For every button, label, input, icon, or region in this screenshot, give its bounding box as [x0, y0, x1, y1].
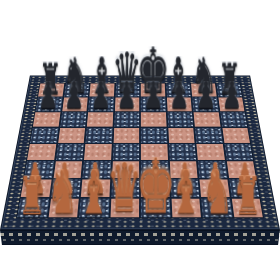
white-rook-piece[interactable]: ♜ [234, 175, 261, 216]
white-knight-piece[interactable]: ♞ [47, 169, 79, 217]
square-e7[interactable]: ♟ [141, 98, 166, 112]
square-g1[interactable]: ♞ [201, 199, 232, 218]
square-e5[interactable] [141, 128, 167, 143]
black-pawn-piece[interactable]: ♟ [64, 81, 84, 111]
board-side-edge [0, 230, 280, 245]
square-e6[interactable] [141, 112, 166, 126]
white-king-piece[interactable]: ♚ [136, 156, 176, 216]
square-a6[interactable] [33, 112, 60, 126]
black-pawn-piece[interactable]: ♟ [117, 81, 137, 111]
square-a1[interactable]: ♜ [17, 199, 48, 218]
square-h6[interactable] [220, 112, 247, 126]
square-c7[interactable]: ♟ [88, 98, 113, 112]
square-b6[interactable] [60, 112, 87, 126]
white-bishop-piece[interactable]: ♝ [78, 169, 110, 217]
square-b1[interactable]: ♞ [48, 199, 79, 218]
black-pawn-piece[interactable]: ♟ [170, 81, 190, 111]
square-c6[interactable] [87, 112, 113, 126]
square-f6[interactable] [167, 112, 193, 126]
square-d7[interactable]: ♟ [115, 98, 140, 112]
square-f5[interactable] [168, 128, 195, 143]
square-a7[interactable]: ♟ [36, 98, 62, 112]
square-c1[interactable]: ♝ [79, 199, 109, 218]
square-h7[interactable]: ♟ [218, 98, 244, 112]
chess-set-photo: ♜♞♝♛♚♝♞♜♟♟♟♟♟♟♟♟♟♟♟♟♟♟♟♟♜♞♝♛♚♝♞♜ [0, 0, 280, 280]
white-rook-piece[interactable]: ♜ [18, 175, 45, 216]
chess-board: ♜♞♝♛♚♝♞♜♟♟♟♟♟♟♟♟♟♟♟♟♟♟♟♟♜♞♝♛♚♝♞♜ [16, 83, 264, 218]
black-pawn-piece[interactable]: ♟ [91, 81, 111, 111]
square-e1[interactable]: ♚ [141, 199, 170, 218]
square-f7[interactable]: ♟ [167, 98, 192, 112]
square-d6[interactable] [114, 112, 139, 126]
square-h1[interactable]: ♜ [231, 199, 262, 218]
square-d1[interactable]: ♛ [110, 199, 139, 218]
square-b7[interactable]: ♟ [62, 98, 88, 112]
square-g7[interactable]: ♟ [192, 98, 218, 112]
black-pawn-piece[interactable]: ♟ [222, 81, 242, 111]
black-pawn-piece[interactable]: ♟ [143, 81, 163, 111]
white-knight-piece[interactable]: ♞ [201, 169, 233, 217]
square-a5[interactable] [30, 128, 58, 143]
square-g6[interactable] [194, 112, 221, 126]
square-d5[interactable] [113, 128, 139, 143]
black-pawn-piece[interactable]: ♟ [196, 81, 216, 111]
square-h5[interactable] [222, 128, 250, 143]
square-b5[interactable] [58, 128, 85, 143]
chess-board-frame: ♜♞♝♛♚♝♞♜♟♟♟♟♟♟♟♟♟♟♟♟♟♟♟♟♜♞♝♛♚♝♞♜ [0, 75, 280, 230]
black-pawn-piece[interactable]: ♟ [38, 81, 58, 111]
square-c5[interactable] [85, 128, 112, 143]
square-g5[interactable] [195, 128, 222, 143]
